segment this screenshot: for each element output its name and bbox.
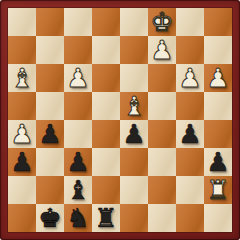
square-d4[interactable]	[92, 120, 120, 148]
square-a5[interactable]	[8, 92, 36, 120]
black-rook[interactable]: ♜	[94, 204, 117, 232]
square-b1[interactable]: ♚	[36, 204, 64, 232]
square-c3[interactable]: ♟	[64, 148, 92, 176]
white-bishop[interactable]: ♝	[10, 64, 33, 92]
square-a7[interactable]	[8, 36, 36, 64]
square-d2[interactable]	[92, 176, 120, 204]
square-g7[interactable]	[176, 36, 204, 64]
square-h6[interactable]: ♟	[204, 64, 232, 92]
square-e2[interactable]	[120, 176, 148, 204]
square-f7[interactable]: ♟	[148, 36, 176, 64]
square-f4[interactable]	[148, 120, 176, 148]
square-g3[interactable]	[176, 148, 204, 176]
square-b5[interactable]	[36, 92, 64, 120]
square-g8[interactable]	[176, 8, 204, 36]
square-f3[interactable]	[148, 148, 176, 176]
square-b3[interactable]	[36, 148, 64, 176]
black-pawn[interactable]: ♟	[38, 120, 61, 148]
square-d8[interactable]	[92, 8, 120, 36]
square-f1[interactable]	[148, 204, 176, 232]
square-d1[interactable]: ♜	[92, 204, 120, 232]
square-e6[interactable]	[120, 64, 148, 92]
square-h7[interactable]	[204, 36, 232, 64]
square-f6[interactable]	[148, 64, 176, 92]
black-pawn[interactable]: ♟	[10, 148, 33, 176]
square-a3[interactable]: ♟	[8, 148, 36, 176]
square-g1[interactable]	[176, 204, 204, 232]
square-d7[interactable]	[92, 36, 120, 64]
square-c1[interactable]: ♞	[64, 204, 92, 232]
square-g6[interactable]: ♟	[176, 64, 204, 92]
white-pawn[interactable]: ♟	[178, 64, 201, 92]
square-g4[interactable]: ♟	[176, 120, 204, 148]
square-e7[interactable]	[120, 36, 148, 64]
square-e1[interactable]	[120, 204, 148, 232]
square-h5[interactable]	[204, 92, 232, 120]
square-a2[interactable]	[8, 176, 36, 204]
white-pawn[interactable]: ♟	[206, 64, 229, 92]
black-pawn[interactable]: ♟	[122, 120, 145, 148]
chess-board-frame: ♚♟♝♟♟♟♝♟♟♟♟♟♟♟♝♜♚♞♜	[0, 0, 240, 240]
square-b2[interactable]	[36, 176, 64, 204]
chess-board: ♚♟♝♟♟♟♝♟♟♟♟♟♟♟♝♜♚♞♜	[8, 8, 232, 232]
white-rook[interactable]: ♜	[206, 176, 229, 204]
square-h2[interactable]: ♜	[204, 176, 232, 204]
black-bishop[interactable]: ♝	[66, 176, 89, 204]
square-a6[interactable]: ♝	[8, 64, 36, 92]
square-f5[interactable]	[148, 92, 176, 120]
square-e3[interactable]	[120, 148, 148, 176]
square-c6[interactable]: ♟	[64, 64, 92, 92]
white-pawn[interactable]: ♟	[150, 36, 173, 64]
square-c8[interactable]	[64, 8, 92, 36]
square-e8[interactable]	[120, 8, 148, 36]
square-d5[interactable]	[92, 92, 120, 120]
square-c5[interactable]	[64, 92, 92, 120]
square-f2[interactable]	[148, 176, 176, 204]
square-b8[interactable]	[36, 8, 64, 36]
white-pawn[interactable]: ♟	[66, 64, 89, 92]
square-b7[interactable]	[36, 36, 64, 64]
square-f8[interactable]: ♚	[148, 8, 176, 36]
square-g2[interactable]	[176, 176, 204, 204]
black-pawn[interactable]: ♟	[206, 148, 229, 176]
square-b6[interactable]	[36, 64, 64, 92]
square-a4[interactable]: ♟	[8, 120, 36, 148]
square-h8[interactable]	[204, 8, 232, 36]
white-bishop[interactable]: ♝	[122, 92, 145, 120]
square-h4[interactable]	[204, 120, 232, 148]
square-a8[interactable]	[8, 8, 36, 36]
square-h1[interactable]	[204, 204, 232, 232]
square-d6[interactable]	[92, 64, 120, 92]
square-d3[interactable]	[92, 148, 120, 176]
white-pawn[interactable]: ♟	[10, 120, 33, 148]
black-king[interactable]: ♚	[38, 204, 61, 232]
black-pawn[interactable]: ♟	[178, 120, 201, 148]
square-c2[interactable]: ♝	[64, 176, 92, 204]
square-e5[interactable]: ♝	[120, 92, 148, 120]
square-a1[interactable]	[8, 204, 36, 232]
black-pawn[interactable]: ♟	[66, 148, 89, 176]
square-g5[interactable]	[176, 92, 204, 120]
square-c7[interactable]	[64, 36, 92, 64]
square-e4[interactable]: ♟	[120, 120, 148, 148]
black-knight[interactable]: ♞	[66, 204, 89, 232]
square-c4[interactable]	[64, 120, 92, 148]
square-b4[interactable]: ♟	[36, 120, 64, 148]
white-king[interactable]: ♚	[150, 8, 173, 36]
square-h3[interactable]: ♟	[204, 148, 232, 176]
